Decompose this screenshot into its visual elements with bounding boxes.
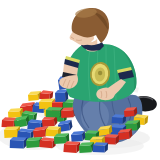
- block-face: [39, 140, 53, 148]
- block-face: [61, 110, 73, 118]
- block-face: [28, 94, 38, 101]
- block-face: [71, 134, 83, 142]
- toy-block-green: [46, 107, 63, 118]
- block-face: [46, 110, 60, 117]
- block-face: [10, 140, 24, 148]
- block-face: [33, 130, 46, 138]
- toy-block-blue: [10, 137, 27, 149]
- block-face: [79, 145, 91, 153]
- toy-block-red: [63, 141, 80, 153]
- toy-block-green: [79, 142, 95, 153]
- toy-block-red: [39, 137, 56, 149]
- block-face: [4, 129, 17, 138]
- head: [70, 7, 109, 45]
- block-face: [54, 136, 66, 144]
- block-face: [8, 111, 20, 118]
- toy-block-yellow: [8, 108, 24, 118]
- block-face: [93, 145, 105, 153]
- block-face: [112, 117, 123, 124]
- toy-block-blue: [55, 90, 68, 102]
- block-face: [63, 144, 77, 153]
- block-face: [26, 140, 39, 148]
- toy-block-blue: [112, 114, 127, 124]
- product-photo: [0, 0, 160, 160]
- block-face: [124, 110, 134, 117]
- block-face: [55, 93, 65, 102]
- toy-block-blue: [93, 142, 109, 153]
- block-face: [42, 119, 55, 127]
- block-face: [118, 132, 130, 140]
- scene-canvas: [0, 0, 160, 160]
- toy-block-yellow: [28, 91, 42, 101]
